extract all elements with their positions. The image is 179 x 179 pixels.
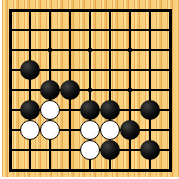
- white-stone: [100, 120, 120, 140]
- white-stone: [20, 120, 40, 140]
- window-edge-highlight-left: [0, 0, 2, 179]
- black-stone: [100, 140, 120, 160]
- white-stone: [40, 120, 60, 140]
- black-stone: [60, 80, 80, 100]
- star-point: [128, 88, 132, 92]
- white-stone: [80, 140, 100, 160]
- black-stone: [80, 100, 100, 120]
- black-stone: [40, 80, 60, 100]
- black-stone: [140, 100, 160, 120]
- star-point: [48, 48, 52, 52]
- go-app-window: [0, 0, 179, 179]
- white-stone: [40, 100, 60, 120]
- window-edge-highlight-bottom: [0, 177, 179, 179]
- black-stone: [20, 100, 40, 120]
- black-stone: [140, 140, 160, 160]
- black-stone: [100, 100, 120, 120]
- black-stone: [120, 120, 140, 140]
- black-stone: [20, 60, 40, 80]
- go-board[interactable]: [0, 0, 179, 179]
- white-stone: [80, 120, 100, 140]
- star-point: [128, 48, 132, 52]
- star-point: [88, 48, 92, 52]
- star-point: [88, 88, 92, 92]
